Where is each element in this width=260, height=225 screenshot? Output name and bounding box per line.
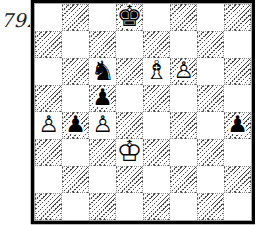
black-king: ♚ <box>117 3 143 30</box>
square-c5: ♟ <box>89 85 116 112</box>
square-b5 <box>62 85 89 112</box>
black-pawn: ♟ <box>65 111 86 138</box>
square-c3 <box>89 139 116 166</box>
square-a7 <box>35 31 62 58</box>
square-a2 <box>35 166 62 193</box>
square-e4 <box>143 112 170 139</box>
square-d3: ♔ <box>116 139 143 166</box>
square-e5 <box>143 85 170 112</box>
square-e7 <box>143 31 170 58</box>
square-d7 <box>116 31 143 58</box>
square-d2 <box>116 166 143 193</box>
square-c6: ♞ <box>89 58 116 85</box>
white-pawn: ♙ <box>92 111 113 138</box>
square-h6 <box>224 58 251 85</box>
white-pawn: ♙ <box>173 57 194 84</box>
square-f6: ♙ <box>170 58 197 85</box>
chess-board: ♚♞♗♙♟♙♟♙♟♔ <box>34 3 252 221</box>
white-king: ♔ <box>117 138 143 165</box>
square-b7 <box>62 31 89 58</box>
square-f4 <box>170 112 197 139</box>
square-a5 <box>35 85 62 112</box>
square-b2 <box>62 166 89 193</box>
square-h2 <box>224 166 251 193</box>
chess-diagram: 792 ♚♞♗♙♟♙♟♙♟♔ <box>0 0 260 225</box>
black-pawn: ♟ <box>227 111 248 138</box>
white-bishop: ♗ <box>145 57 168 84</box>
square-b4: ♟ <box>62 112 89 139</box>
square-b1 <box>62 193 89 220</box>
square-c2 <box>89 166 116 193</box>
square-b6 <box>62 58 89 85</box>
square-h8 <box>224 4 251 31</box>
square-h7 <box>224 31 251 58</box>
square-e8 <box>143 4 170 31</box>
black-knight: ♞ <box>90 57 114 84</box>
square-h1 <box>224 193 251 220</box>
square-h5 <box>224 85 251 112</box>
square-d1 <box>116 193 143 220</box>
square-f8 <box>170 4 197 31</box>
square-g3 <box>197 139 224 166</box>
square-g2 <box>197 166 224 193</box>
square-g8 <box>197 4 224 31</box>
square-g5 <box>197 85 224 112</box>
square-g7 <box>197 31 224 58</box>
square-c4: ♙ <box>89 112 116 139</box>
square-f7 <box>170 31 197 58</box>
square-b3 <box>62 139 89 166</box>
square-g4 <box>197 112 224 139</box>
square-h4: ♟ <box>224 112 251 139</box>
square-e6: ♗ <box>143 58 170 85</box>
board-frame: ♚♞♗♙♟♙♟♙♟♔ <box>31 0 255 224</box>
square-d6 <box>116 58 143 85</box>
square-a6 <box>35 58 62 85</box>
square-h3 <box>224 139 251 166</box>
square-e2 <box>143 166 170 193</box>
square-c1 <box>89 193 116 220</box>
square-e1 <box>143 193 170 220</box>
square-f3 <box>170 139 197 166</box>
square-b8 <box>62 4 89 31</box>
square-a8 <box>35 4 62 31</box>
square-f2 <box>170 166 197 193</box>
square-a4: ♙ <box>35 112 62 139</box>
square-a1 <box>35 193 62 220</box>
square-f1 <box>170 193 197 220</box>
square-e3 <box>143 139 170 166</box>
square-c7 <box>89 31 116 58</box>
square-d8: ♚ <box>116 4 143 31</box>
square-g1 <box>197 193 224 220</box>
square-d5 <box>116 85 143 112</box>
square-a3 <box>35 139 62 166</box>
square-f5 <box>170 85 197 112</box>
black-pawn: ♟ <box>92 84 113 111</box>
square-c8 <box>89 4 116 31</box>
square-g6 <box>197 58 224 85</box>
white-pawn: ♙ <box>38 111 59 138</box>
